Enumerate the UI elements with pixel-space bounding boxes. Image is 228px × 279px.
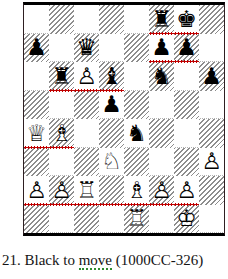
square-b4: ♝♗ — [49, 119, 74, 148]
piece-white-rook: ♜♖ — [124, 205, 149, 234]
piece-white-bishop: ♝♗ — [49, 119, 74, 148]
square-d3: ♞♘ — [99, 148, 124, 177]
square-c4 — [74, 119, 99, 148]
piece-black-pawn: ♟ — [99, 91, 124, 120]
piece-white-bishop: ♝♗ — [124, 176, 149, 205]
square-g6 — [174, 62, 199, 91]
square-f3 — [149, 148, 174, 177]
piece-black-king: ♚ — [174, 5, 199, 34]
caption-suffix: (1000CC-326) — [112, 252, 203, 268]
piece-black-bishop: ♝ — [99, 62, 124, 91]
square-h6: ♟ — [199, 62, 224, 91]
square-g5 — [174, 91, 199, 120]
square-b3 — [49, 148, 74, 177]
square-f7: ♟ — [149, 34, 174, 63]
white-piece-outline-layer: ♙ — [51, 179, 72, 202]
square-c3 — [74, 148, 99, 177]
square-e1: ♜♖ — [124, 205, 149, 234]
white-piece-outline-layer: ♗ — [126, 179, 147, 202]
square-c8 — [74, 5, 99, 34]
square-g2: ♟♙ — [174, 176, 199, 205]
piece-black-knight: ♞ — [124, 119, 149, 148]
square-e2: ♝♗ — [124, 176, 149, 205]
square-g8: ♚ — [174, 5, 199, 34]
square-h2 — [199, 176, 224, 205]
square-a5 — [24, 91, 49, 120]
piece-black-pawn: ♟ — [149, 34, 174, 63]
square-e6 — [124, 62, 149, 91]
piece-white-pawn: ♟♙ — [74, 62, 99, 91]
square-h4 — [199, 119, 224, 148]
white-piece-outline-layer: ♘ — [101, 150, 122, 173]
square-d6: ♝ — [99, 62, 124, 91]
square-a8 — [24, 5, 49, 34]
square-h7 — [199, 34, 224, 63]
square-h8 — [199, 5, 224, 34]
square-f8: ♜ — [149, 5, 174, 34]
square-f2: ♟♙ — [149, 176, 174, 205]
square-a7: ♟ — [24, 34, 49, 63]
caption: 21. Black to move (1000CC-326) — [2, 251, 226, 271]
square-b6: ♜ — [49, 62, 74, 91]
square-d8 — [99, 5, 124, 34]
square-b7 — [49, 34, 74, 63]
square-a6 — [24, 62, 49, 91]
white-piece-outline-layer: ♖ — [76, 179, 97, 202]
piece-black-rook: ♜ — [149, 5, 174, 34]
square-b1 — [49, 205, 74, 234]
square-d7 — [99, 34, 124, 63]
square-a1 — [24, 205, 49, 234]
piece-white-pawn: ♟♙ — [24, 176, 49, 205]
caption-word-move: move — [79, 252, 112, 270]
square-b8 — [49, 5, 74, 34]
piece-black-knight: ♞ — [149, 62, 174, 91]
piece-white-knight: ♞♘ — [99, 148, 124, 177]
square-h5 — [199, 91, 224, 120]
square-c2: ♜♖ — [74, 176, 99, 205]
square-d1 — [99, 205, 124, 234]
square-e4: ♞ — [124, 119, 149, 148]
white-piece-outline-layer: ♙ — [201, 150, 222, 173]
square-a3 — [24, 148, 49, 177]
white-piece-outline-layer: ♙ — [176, 179, 197, 202]
piece-black-rook: ♜ — [49, 62, 74, 91]
white-piece-outline-layer: ♙ — [26, 179, 47, 202]
square-f6: ♞ — [149, 62, 174, 91]
white-piece-outline-layer: ♙ — [151, 179, 172, 202]
square-d4 — [99, 119, 124, 148]
square-f4 — [149, 119, 174, 148]
square-b2: ♟♙ — [49, 176, 74, 205]
white-piece-outline-layer: ♙ — [76, 65, 97, 88]
piece-white-pawn: ♟♙ — [149, 176, 174, 205]
piece-white-pawn: ♟♙ — [49, 176, 74, 205]
white-piece-outline-layer: ♖ — [126, 207, 147, 230]
square-c5 — [74, 91, 99, 120]
square-a4: ♛♕ — [24, 119, 49, 148]
square-c1 — [74, 205, 99, 234]
piece-white-pawn: ♟♙ — [174, 176, 199, 205]
piece-white-queen: ♛♕ — [24, 119, 49, 148]
square-a2: ♟♙ — [24, 176, 49, 205]
square-f5 — [149, 91, 174, 120]
square-e8 — [124, 5, 149, 34]
square-g1: ♚♔ — [174, 205, 199, 234]
square-c6: ♟♙ — [74, 62, 99, 91]
square-d5: ♟ — [99, 91, 124, 120]
square-c7: ♛ — [74, 34, 99, 63]
piece-white-pawn: ♟♙ — [199, 148, 224, 177]
white-piece-outline-layer: ♗ — [51, 122, 72, 145]
square-e3 — [124, 148, 149, 177]
piece-white-rook: ♜♖ — [74, 176, 99, 205]
square-g3 — [174, 148, 199, 177]
square-e5 — [124, 91, 149, 120]
square-g7: ♟ — [174, 34, 199, 63]
piece-white-king: ♚♔ — [174, 205, 199, 234]
square-b5 — [49, 91, 74, 120]
square-e7 — [124, 34, 149, 63]
piece-black-queen: ♛ — [74, 34, 99, 63]
square-g4 — [174, 119, 199, 148]
chess-board: ♜♚♟♛♟♟♜♟♙♝♞♟♟♛♕♝♗♞♞♘♟♙♟♙♟♙♜♖♝♗♟♙♟♙♜♖♚♔ — [23, 2, 225, 236]
piece-black-pawn: ♟ — [199, 62, 224, 91]
piece-black-pawn: ♟ — [174, 34, 199, 63]
square-d2 — [99, 176, 124, 205]
white-piece-outline-layer: ♔ — [176, 207, 197, 230]
caption-prefix: 21. Black to — [2, 252, 79, 268]
piece-black-pawn: ♟ — [24, 34, 49, 63]
white-piece-outline-layer: ♕ — [26, 122, 47, 145]
square-f1 — [149, 205, 174, 234]
square-h1 — [199, 205, 224, 234]
square-h3: ♟♙ — [199, 148, 224, 177]
chess-diagram-page: ♜♚♟♛♟♟♜♟♙♝♞♟♟♛♕♝♗♞♞♘♟♙♟♙♟♙♜♖♝♗♟♙♟♙♜♖♚♔ 2… — [0, 0, 228, 279]
